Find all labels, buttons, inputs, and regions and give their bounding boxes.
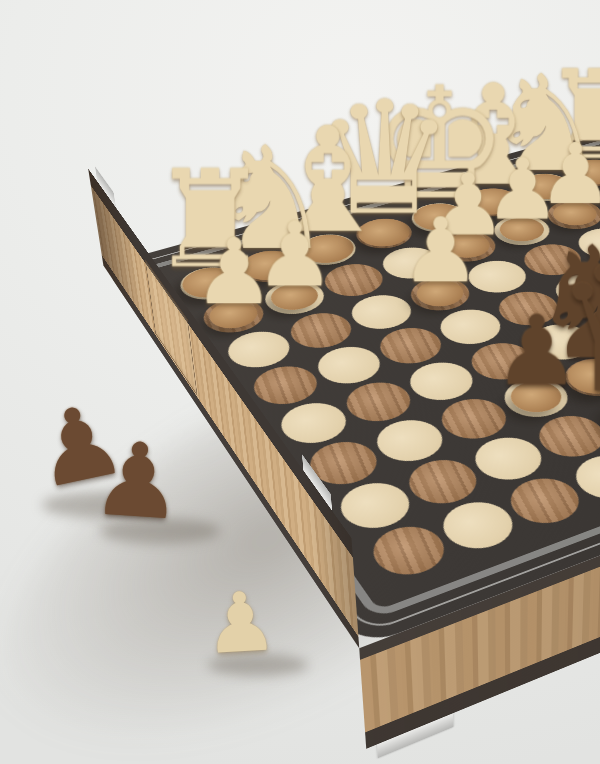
- light-pawn-glyph: ♟: [202, 573, 280, 672]
- box-foot: [377, 713, 453, 758]
- scene-3d: ♜♞♝♛♚♝♞♜♟♟♟♟♟♟♟♟♟♟♞♝♛♚♜: [0, 0, 600, 764]
- board-square: [366, 413, 453, 469]
- board-square: [463, 430, 552, 487]
- board-square: [308, 340, 390, 390]
- dark-queen-glyph: ♛: [506, 243, 600, 415]
- board-square: [527, 409, 600, 464]
- board-square: [430, 392, 516, 446]
- board-square: [218, 325, 298, 373]
- board-square: [361, 518, 455, 583]
- captured-piece: ♟: [202, 580, 280, 666]
- captured-piece: ♟: [89, 427, 187, 535]
- board-square: [498, 471, 591, 531]
- board-square: [563, 448, 600, 506]
- board-square: [397, 452, 487, 511]
- dark-pawn-glyph: ♟: [88, 418, 188, 543]
- scene: ♜♞♝♛♚♝♞♜♟♟♟♟♟♟♟♟♟♟♞♝♛♚♜ ♟ ♟ ♟: [0, 0, 600, 764]
- chess-board: ♜♞♝♛♚♝♞♜♟♟♟♟♟♟♟♟♟♟♞♝♛♚♜: [103, 124, 600, 649]
- board-square: [431, 494, 524, 557]
- board-square: [336, 376, 420, 428]
- board-square: [244, 360, 326, 411]
